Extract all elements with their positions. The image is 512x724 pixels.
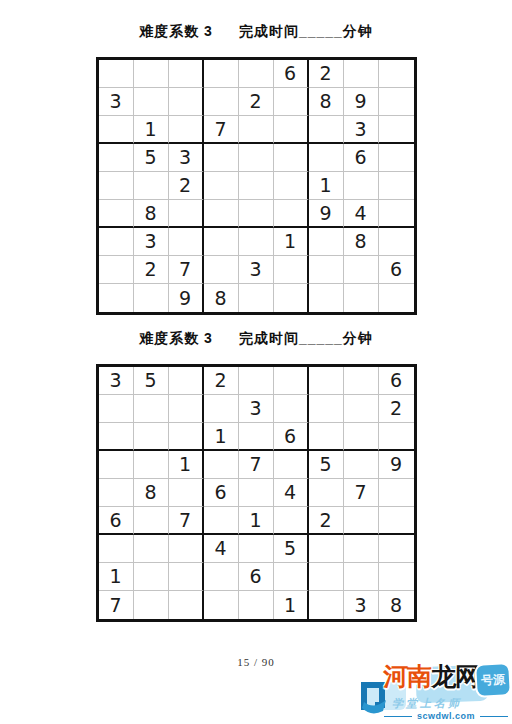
sudoku-2-cell-r2c4 xyxy=(204,395,239,423)
sudoku-1-cell-r8c1 xyxy=(99,256,134,284)
sudoku-grid-2: 3526321617598647671245167138 xyxy=(96,364,417,622)
sudoku-2-cell-r4c6 xyxy=(274,451,309,479)
sudoku-1-cell-r9c2 xyxy=(134,284,169,312)
sudoku-1-cell-r3c4: 7 xyxy=(204,116,239,144)
sudoku-2-cell-r1c6 xyxy=(274,367,309,395)
completion-time-blank: _____ xyxy=(299,23,343,39)
sudoku-2-cell-r5c6: 4 xyxy=(274,479,309,507)
watermark-site-name-orange: 河南 xyxy=(383,662,431,690)
sudoku-1-cell-r2c3 xyxy=(169,88,204,116)
sudoku-1-cell-r3c6 xyxy=(274,116,309,144)
sudoku-2-cell-r9c7 xyxy=(309,591,344,619)
puzzle-2: 难度系数 3完成时间_____分钟 3526321617598647671245… xyxy=(0,315,512,622)
sudoku-2-cell-r6c1: 6 xyxy=(99,507,134,535)
sudoku-1-cell-r1c2 xyxy=(134,60,169,88)
sudoku-2-cell-r1c7 xyxy=(309,367,344,395)
sudoku-2-cell-r9c2 xyxy=(134,591,169,619)
sudoku-2-cell-r6c5: 1 xyxy=(239,507,274,535)
sudoku-1-cell-r4c8: 6 xyxy=(344,144,379,172)
sudoku-1-cell-r4c6 xyxy=(274,144,309,172)
sudoku-1-cell-r7c3 xyxy=(169,228,204,256)
sudoku-1-cell-r7c7 xyxy=(309,228,344,256)
minutes-label: 分钟 xyxy=(343,330,373,346)
difficulty-label: 难度系数 3 xyxy=(139,330,213,346)
sudoku-2-cell-r6c6 xyxy=(274,507,309,535)
sudoku-1-cell-r6c8: 4 xyxy=(344,200,379,228)
sudoku-1-cell-r9c1 xyxy=(99,284,134,312)
sudoku-1-cell-r1c6: 6 xyxy=(274,60,309,88)
sudoku-2-cell-r8c6 xyxy=(274,563,309,591)
sudoku-1-cell-r6c9 xyxy=(379,200,414,228)
sudoku-2-cell-r1c2: 5 xyxy=(134,367,169,395)
sudoku-1-cell-r2c9 xyxy=(379,88,414,116)
sudoku-1-cell-r4c1 xyxy=(99,144,134,172)
sudoku-2-cell-r7c9 xyxy=(379,535,414,563)
sudoku-2-cell-r1c4: 2 xyxy=(204,367,239,395)
sudoku-2-cell-r4c9: 9 xyxy=(379,451,414,479)
sudoku-1-cell-r3c5 xyxy=(239,116,274,144)
puzzle-2-header: 难度系数 3完成时间_____分钟 xyxy=(0,315,512,348)
sudoku-1-cell-r3c7 xyxy=(309,116,344,144)
sudoku-1-cell-r3c8: 3 xyxy=(344,116,379,144)
sudoku-1-cell-r8c4 xyxy=(204,256,239,284)
sudoku-1-cell-r8c2: 2 xyxy=(134,256,169,284)
sudoku-1-cell-r5c3: 2 xyxy=(169,172,204,200)
sudoku-1-cell-r5c4 xyxy=(204,172,239,200)
sudoku-2-cell-r3c9 xyxy=(379,423,414,451)
sudoku-2-cell-r7c2 xyxy=(134,535,169,563)
sudoku-2-cell-r6c2 xyxy=(134,507,169,535)
sudoku-1-cell-r6c5 xyxy=(239,200,274,228)
sudoku-1-cell-r4c5 xyxy=(239,144,274,172)
sudoku-1-cell-r4c7 xyxy=(309,144,344,172)
watermark-badge: 号源 xyxy=(476,664,510,696)
sudoku-1-cell-r2c5: 2 xyxy=(239,88,274,116)
completion-time-blank: _____ xyxy=(299,330,343,346)
sudoku-1-cell-r4c4 xyxy=(204,144,239,172)
sudoku-1-cell-r8c3: 7 xyxy=(169,256,204,284)
sudoku-1-cell-r1c3 xyxy=(169,60,204,88)
sudoku-2-cell-r2c1 xyxy=(99,395,134,423)
sudoku-1-cell-r7c9 xyxy=(379,228,414,256)
sudoku-1-cell-r6c1 xyxy=(99,200,134,228)
sudoku-1-cell-r4c9 xyxy=(379,144,414,172)
sudoku-1-cell-r1c5 xyxy=(239,60,274,88)
sudoku-2-cell-r5c2: 8 xyxy=(134,479,169,507)
sudoku-1-cell-r7c4 xyxy=(204,228,239,256)
sudoku-2-cell-r2c3 xyxy=(169,395,204,423)
sudoku-2-cell-r5c7 xyxy=(309,479,344,507)
sudoku-2-cell-r7c5 xyxy=(239,535,274,563)
sudoku-1-cell-r3c1 xyxy=(99,116,134,144)
sudoku-2-cell-r9c5 xyxy=(239,591,274,619)
sudoku-1-cell-r5c8 xyxy=(344,172,379,200)
sudoku-2-cell-r2c7 xyxy=(309,395,344,423)
sudoku-2-cell-r2c8 xyxy=(344,395,379,423)
sudoku-2-cell-r9c9: 8 xyxy=(379,591,414,619)
sudoku-2-cell-r6c8 xyxy=(344,507,379,535)
sudoku-1-cell-r1c9 xyxy=(379,60,414,88)
sudoku-2-cell-r4c7: 5 xyxy=(309,451,344,479)
sudoku-2-cell-r3c5 xyxy=(239,423,274,451)
sudoku-1-cell-r2c2 xyxy=(134,88,169,116)
sudoku-1-cell-r7c1 xyxy=(99,228,134,256)
sudoku-1-cell-r8c8 xyxy=(344,256,379,284)
sudoku-1-cell-r4c2: 5 xyxy=(134,144,169,172)
sudoku-2-cell-r9c3 xyxy=(169,591,204,619)
sudoku-2-cell-r7c8 xyxy=(344,535,379,563)
sudoku-2-cell-r8c4 xyxy=(204,563,239,591)
sudoku-2-cell-r8c9 xyxy=(379,563,414,591)
sudoku-1-cell-r9c4: 8 xyxy=(204,284,239,312)
sudoku-2-cell-r8c8 xyxy=(344,563,379,591)
sudoku-1-cell-r7c5 xyxy=(239,228,274,256)
sudoku-1-cell-r3c9 xyxy=(379,116,414,144)
sudoku-2-cell-r7c4: 4 xyxy=(204,535,239,563)
sudoku-1-cell-r9c5 xyxy=(239,284,274,312)
domain-rule-right xyxy=(480,716,508,717)
domain-rule-left xyxy=(384,716,412,717)
sudoku-1-cell-r8c9: 6 xyxy=(379,256,414,284)
sudoku-1-cell-r6c3 xyxy=(169,200,204,228)
watermark-site-name-black: 龙网 xyxy=(431,662,479,690)
sudoku-1-cell-r7c8: 8 xyxy=(344,228,379,256)
sudoku-2-cell-r1c5 xyxy=(239,367,274,395)
sudoku-1-cell-r8c6 xyxy=(274,256,309,284)
sudoku-2-cell-r8c7 xyxy=(309,563,344,591)
sudoku-2-cell-r5c9 xyxy=(379,479,414,507)
sudoku-2-cell-r6c9 xyxy=(379,507,414,535)
sudoku-2-cell-r3c1 xyxy=(99,423,134,451)
sudoku-2-cell-r4c1 xyxy=(99,451,134,479)
sudoku-1-cell-r9c7 xyxy=(309,284,344,312)
sudoku-1-cell-r2c1: 3 xyxy=(99,88,134,116)
completion-time-label: 完成时间 xyxy=(239,330,299,346)
sudoku-2-cell-r8c2 xyxy=(134,563,169,591)
sudoku-2-cell-r2c6 xyxy=(274,395,309,423)
sudoku-1-cell-r2c8: 9 xyxy=(344,88,379,116)
sudoku-1-cell-r7c6: 1 xyxy=(274,228,309,256)
sudoku-2-cell-r7c6: 5 xyxy=(274,535,309,563)
sudoku-1-cell-r5c1 xyxy=(99,172,134,200)
sudoku-2-cell-r5c5 xyxy=(239,479,274,507)
sudoku-2-cell-r1c8 xyxy=(344,367,379,395)
sudoku-2-cell-r8c1: 1 xyxy=(99,563,134,591)
sudoku-2-cell-r4c4 xyxy=(204,451,239,479)
sudoku-1-cell-r3c2: 1 xyxy=(134,116,169,144)
completion-time-label: 完成时间 xyxy=(239,23,299,39)
puzzle-1: 难度系数 3完成时间_____分钟 6232891735362189431827… xyxy=(0,0,512,315)
sudoku-1-cell-r8c5: 3 xyxy=(239,256,274,284)
sudoku-2-cell-r7c3 xyxy=(169,535,204,563)
sudoku-2-cell-r2c5: 3 xyxy=(239,395,274,423)
sudoku-2-cell-r8c3 xyxy=(169,563,204,591)
sudoku-2-cell-r5c1 xyxy=(99,479,134,507)
sudoku-1-cell-r6c4 xyxy=(204,200,239,228)
sudoku-1-cell-r1c7: 2 xyxy=(309,60,344,88)
sudoku-2-cell-r3c4: 1 xyxy=(204,423,239,451)
watermark-domain-text: scwdwl.com xyxy=(417,711,475,721)
sudoku-1-cell-r6c6 xyxy=(274,200,309,228)
sudoku-1-cell-r9c9 xyxy=(379,284,414,312)
sudoku-1-cell-r6c2: 8 xyxy=(134,200,169,228)
sudoku-2-cell-r6c7: 2 xyxy=(309,507,344,535)
sudoku-1-cell-r6c7: 9 xyxy=(309,200,344,228)
sudoku-2-cell-r3c7 xyxy=(309,423,344,451)
sudoku-1-cell-r2c4 xyxy=(204,88,239,116)
sudoku-1-cell-r1c8 xyxy=(344,60,379,88)
sudoku-2-cell-r2c2 xyxy=(134,395,169,423)
sudoku-2-cell-r4c2 xyxy=(134,451,169,479)
sudoku-2-cell-r6c4 xyxy=(204,507,239,535)
sudoku-2-cell-r4c3: 1 xyxy=(169,451,204,479)
sudoku-2-cell-r9c1: 7 xyxy=(99,591,134,619)
sudoku-2-cell-r7c7 xyxy=(309,535,344,563)
sudoku-2-cell-r5c8: 7 xyxy=(344,479,379,507)
sudoku-1-cell-r1c1 xyxy=(99,60,134,88)
sudoku-2-cell-r9c4 xyxy=(204,591,239,619)
sudoku-1-cell-r5c6 xyxy=(274,172,309,200)
sudoku-1-cell-r9c6 xyxy=(274,284,309,312)
site-watermark: 河南龙网 号源 学堂上名师 scwdwl.com xyxy=(358,652,510,722)
minutes-label: 分钟 xyxy=(343,23,373,39)
watermark-domain: scwdwl.com xyxy=(384,711,508,721)
sudoku-1-cell-r2c6 xyxy=(274,88,309,116)
sudoku-2-cell-r1c3 xyxy=(169,367,204,395)
sudoku-2-cell-r4c5: 7 xyxy=(239,451,274,479)
printable-sudoku-page: 难度系数 3完成时间_____分钟 6232891735362189431827… xyxy=(0,0,512,724)
sudoku-2-cell-r5c4: 6 xyxy=(204,479,239,507)
sudoku-2-cell-r1c1: 3 xyxy=(99,367,134,395)
sudoku-1-cell-r9c3: 9 xyxy=(169,284,204,312)
sudoku-1-cell-r4c3: 3 xyxy=(169,144,204,172)
sudoku-1-cell-r7c2: 3 xyxy=(134,228,169,256)
difficulty-label: 难度系数 3 xyxy=(139,23,213,39)
sudoku-2-cell-r9c8: 3 xyxy=(344,591,379,619)
sudoku-1-cell-r5c2 xyxy=(134,172,169,200)
sudoku-grid-1: 62328917353621894318273698 xyxy=(96,57,417,315)
sudoku-1-cell-r1c4 xyxy=(204,60,239,88)
sudoku-1-cell-r9c8 xyxy=(344,284,379,312)
sudoku-2-cell-r1c9: 6 xyxy=(379,367,414,395)
puzzle-1-header: 难度系数 3完成时间_____分钟 xyxy=(0,0,512,41)
sudoku-2-cell-r3c6: 6 xyxy=(274,423,309,451)
sudoku-1-cell-r5c5 xyxy=(239,172,274,200)
watermark-tagline: 学堂上名师 xyxy=(392,696,462,711)
sudoku-2-cell-r5c3 xyxy=(169,479,204,507)
sudoku-2-cell-r7c1 xyxy=(99,535,134,563)
sudoku-2-cell-r3c2 xyxy=(134,423,169,451)
sudoku-1-cell-r2c7: 8 xyxy=(309,88,344,116)
sudoku-2-cell-r2c9: 2 xyxy=(379,395,414,423)
sudoku-2-cell-r4c8 xyxy=(344,451,379,479)
sudoku-1-cell-r3c3 xyxy=(169,116,204,144)
sudoku-2-cell-r9c6: 1 xyxy=(274,591,309,619)
sudoku-2-cell-r6c3: 7 xyxy=(169,507,204,535)
sudoku-2-cell-r3c3 xyxy=(169,423,204,451)
sudoku-1-cell-r8c7 xyxy=(309,256,344,284)
sudoku-2-cell-r3c8 xyxy=(344,423,379,451)
sudoku-1-cell-r5c9 xyxy=(379,172,414,200)
sudoku-1-cell-r5c7: 1 xyxy=(309,172,344,200)
watermark-site-name: 河南龙网 xyxy=(383,664,479,689)
sudoku-2-cell-r8c5: 6 xyxy=(239,563,274,591)
